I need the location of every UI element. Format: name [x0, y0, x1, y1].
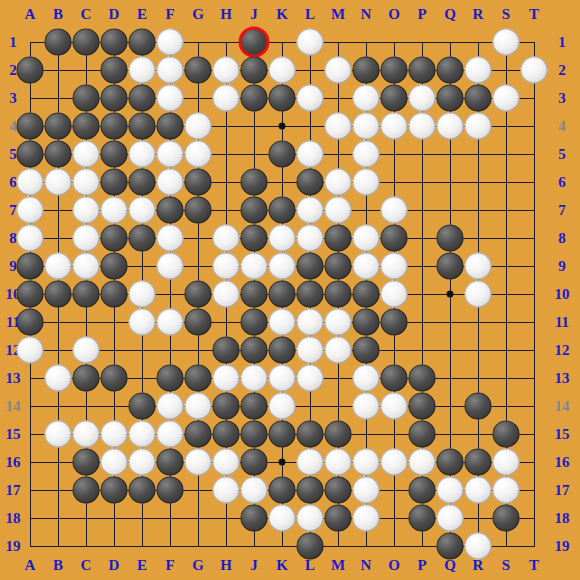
black-stone [297, 421, 324, 448]
white-stone [269, 309, 296, 336]
black-stone [213, 393, 240, 420]
white-stone [297, 449, 324, 476]
black-stone [493, 505, 520, 532]
black-stone [353, 309, 380, 336]
white-stone [353, 505, 380, 532]
column-label-bottom: S [502, 558, 510, 573]
white-stone [129, 141, 156, 168]
black-stone [437, 85, 464, 112]
row-label-left: 19 [6, 539, 21, 554]
column-label-top: N [361, 7, 372, 22]
white-stone [353, 253, 380, 280]
black-stone [101, 365, 128, 392]
white-stone [353, 113, 380, 140]
white-stone [381, 449, 408, 476]
column-label-top: L [305, 7, 315, 22]
white-stone [381, 281, 408, 308]
white-stone [297, 197, 324, 224]
black-stone [325, 225, 352, 252]
black-stone [101, 57, 128, 84]
black-stone [437, 57, 464, 84]
black-stone [241, 281, 268, 308]
white-stone [101, 449, 128, 476]
white-stone [157, 57, 184, 84]
black-stone [185, 281, 212, 308]
white-stone [157, 309, 184, 336]
black-stone [157, 477, 184, 504]
white-stone [73, 337, 100, 364]
black-stone [157, 449, 184, 476]
column-label-bottom: J [250, 558, 258, 573]
black-stone [241, 85, 268, 112]
white-stone [269, 393, 296, 420]
white-stone [45, 421, 72, 448]
row-label-right: 8 [558, 231, 566, 246]
white-stone [213, 281, 240, 308]
white-stone [325, 113, 352, 140]
column-label-bottom: N [361, 558, 372, 573]
white-stone [325, 169, 352, 196]
white-stone [17, 197, 44, 224]
column-label-bottom: Q [444, 558, 456, 573]
black-stone [45, 113, 72, 140]
white-stone [325, 309, 352, 336]
white-stone [353, 393, 380, 420]
black-stone [269, 281, 296, 308]
black-stone [409, 421, 436, 448]
white-stone [465, 281, 492, 308]
white-stone [353, 85, 380, 112]
black-stone [241, 337, 268, 364]
black-stone [297, 281, 324, 308]
black-stone [297, 253, 324, 280]
black-stone [129, 85, 156, 112]
white-stone [129, 421, 156, 448]
black-stone [437, 533, 464, 560]
black-stone [381, 57, 408, 84]
black-stone [437, 449, 464, 476]
black-stone [45, 141, 72, 168]
column-label-top: O [388, 7, 400, 22]
black-stone [129, 477, 156, 504]
row-label-right: 5 [558, 147, 566, 162]
white-stone [213, 365, 240, 392]
black-stone [325, 477, 352, 504]
white-stone [269, 505, 296, 532]
black-stone [353, 57, 380, 84]
white-stone [493, 85, 520, 112]
white-stone [381, 253, 408, 280]
white-stone [213, 477, 240, 504]
column-label-top: H [220, 7, 232, 22]
white-stone [493, 477, 520, 504]
black-stone [17, 141, 44, 168]
white-stone [73, 169, 100, 196]
black-stone [269, 421, 296, 448]
black-stone [409, 505, 436, 532]
white-stone [325, 197, 352, 224]
black-stone [409, 365, 436, 392]
row-label-right: 18 [555, 511, 570, 526]
row-label-left: 15 [6, 427, 21, 442]
black-stone [493, 421, 520, 448]
white-stone [409, 85, 436, 112]
column-label-top: R [473, 7, 484, 22]
column-label-top: K [276, 7, 288, 22]
black-stone [129, 225, 156, 252]
black-stone [73, 365, 100, 392]
black-stone [269, 85, 296, 112]
white-stone [157, 253, 184, 280]
row-label-right: 11 [555, 315, 569, 330]
black-stone [101, 477, 128, 504]
row-label-left: 14 [6, 399, 21, 414]
white-stone [185, 393, 212, 420]
white-stone [465, 533, 492, 560]
black-stone [157, 113, 184, 140]
white-stone [297, 337, 324, 364]
row-label-right: 16 [555, 455, 570, 470]
black-stone [129, 113, 156, 140]
white-stone [17, 225, 44, 252]
black-stone [129, 29, 156, 56]
black-stone [241, 197, 268, 224]
white-stone [73, 141, 100, 168]
white-stone [185, 141, 212, 168]
white-stone [381, 113, 408, 140]
column-label-bottom: C [81, 558, 92, 573]
black-stone [157, 365, 184, 392]
white-stone [129, 309, 156, 336]
white-stone [213, 57, 240, 84]
white-stone [269, 365, 296, 392]
black-stone [185, 365, 212, 392]
black-stone [101, 281, 128, 308]
white-stone [129, 281, 156, 308]
column-label-bottom: T [529, 558, 539, 573]
white-stone [353, 225, 380, 252]
last-move-marker [241, 29, 268, 56]
white-stone [325, 449, 352, 476]
black-stone [129, 393, 156, 420]
column-label-bottom: B [53, 558, 63, 573]
white-stone [213, 449, 240, 476]
black-stone [213, 421, 240, 448]
black-stone [17, 309, 44, 336]
black-stone [185, 309, 212, 336]
white-stone [213, 225, 240, 252]
black-stone [185, 421, 212, 448]
black-stone [101, 113, 128, 140]
black-stone [73, 113, 100, 140]
black-stone [409, 477, 436, 504]
column-label-bottom: A [25, 558, 36, 573]
white-stone [241, 477, 268, 504]
black-stone [45, 29, 72, 56]
row-label-right: 14 [555, 399, 570, 414]
row-label-right: 19 [555, 539, 570, 554]
column-label-top: Q [444, 7, 456, 22]
white-stone [353, 449, 380, 476]
white-stone [381, 197, 408, 224]
black-stone [101, 253, 128, 280]
row-label-right: 17 [555, 483, 570, 498]
white-stone [297, 141, 324, 168]
black-stone [185, 57, 212, 84]
black-stone [45, 281, 72, 308]
row-label-right: 1 [558, 35, 566, 50]
white-stone [493, 29, 520, 56]
row-label-right: 10 [555, 287, 570, 302]
black-stone [437, 225, 464, 252]
white-stone [157, 225, 184, 252]
black-stone [73, 85, 100, 112]
black-stone [325, 253, 352, 280]
white-stone [297, 505, 324, 532]
black-stone [297, 533, 324, 560]
black-stone [241, 505, 268, 532]
black-stone [17, 113, 44, 140]
column-label-top: P [417, 7, 426, 22]
column-label-top: S [502, 7, 510, 22]
black-stone [241, 393, 268, 420]
white-stone [465, 477, 492, 504]
black-stone [325, 281, 352, 308]
black-stone [353, 281, 380, 308]
column-label-top: C [81, 7, 92, 22]
column-label-top: T [529, 7, 539, 22]
white-stone [45, 253, 72, 280]
white-stone [353, 141, 380, 168]
white-stone [73, 197, 100, 224]
white-stone [129, 197, 156, 224]
white-stone [101, 421, 128, 448]
white-stone [353, 365, 380, 392]
white-stone [437, 113, 464, 140]
white-stone [129, 449, 156, 476]
black-stone [17, 57, 44, 84]
column-label-top: M [331, 7, 345, 22]
white-stone [465, 113, 492, 140]
row-label-right: 4 [558, 119, 566, 134]
black-stone [185, 197, 212, 224]
white-stone [73, 225, 100, 252]
black-stone [409, 57, 436, 84]
row-label-right: 2 [558, 63, 566, 78]
white-stone [17, 337, 44, 364]
black-stone [185, 169, 212, 196]
black-stone [213, 337, 240, 364]
white-stone [213, 85, 240, 112]
white-stone [129, 57, 156, 84]
white-stone [297, 29, 324, 56]
column-label-bottom: O [388, 558, 400, 573]
black-stone [101, 169, 128, 196]
white-stone [353, 477, 380, 504]
column-label-top: B [53, 7, 63, 22]
white-stone [157, 85, 184, 112]
white-stone [157, 393, 184, 420]
white-stone [17, 169, 44, 196]
column-label-bottom: G [192, 558, 204, 573]
row-label-left: 18 [6, 511, 21, 526]
black-stone [325, 505, 352, 532]
black-stone [409, 393, 436, 420]
white-stone [409, 449, 436, 476]
star-point [447, 291, 454, 298]
black-stone [73, 477, 100, 504]
black-stone [465, 393, 492, 420]
white-stone [213, 253, 240, 280]
black-stone [73, 29, 100, 56]
column-label-bottom: P [417, 558, 426, 573]
black-stone [353, 337, 380, 364]
white-stone [437, 477, 464, 504]
row-label-left: 17 [6, 483, 21, 498]
white-stone [521, 57, 548, 84]
column-label-top: A [25, 7, 36, 22]
column-label-bottom: H [220, 558, 232, 573]
grid-line-vertical [534, 42, 535, 547]
row-label-right: 3 [558, 91, 566, 106]
column-label-bottom: E [137, 558, 147, 573]
column-label-bottom: L [305, 558, 315, 573]
column-label-top: D [109, 7, 120, 22]
column-label-top: E [137, 7, 147, 22]
star-point [279, 123, 286, 130]
row-label-right: 6 [558, 175, 566, 190]
column-label-bottom: D [109, 558, 120, 573]
white-stone [465, 253, 492, 280]
black-stone [241, 169, 268, 196]
white-stone [73, 253, 100, 280]
white-stone [297, 309, 324, 336]
white-stone [269, 225, 296, 252]
black-stone [101, 85, 128, 112]
black-stone [101, 141, 128, 168]
black-stone [241, 449, 268, 476]
white-stone [297, 225, 324, 252]
black-stone [101, 29, 128, 56]
black-stone [157, 197, 184, 224]
white-stone [353, 169, 380, 196]
white-stone [241, 365, 268, 392]
black-stone [101, 225, 128, 252]
white-stone [101, 197, 128, 224]
white-stone [493, 449, 520, 476]
white-stone [185, 113, 212, 140]
black-stone [73, 281, 100, 308]
black-stone [241, 421, 268, 448]
column-label-top: G [192, 7, 204, 22]
black-stone [241, 57, 268, 84]
white-stone [325, 337, 352, 364]
white-stone [409, 113, 436, 140]
go-board[interactable]: AABBCCDDEEFFGGHHJJKKLLMMNNOOPPQQRRSSTT11… [0, 0, 580, 580]
black-stone [465, 449, 492, 476]
white-stone [269, 253, 296, 280]
white-stone [381, 393, 408, 420]
black-stone [241, 309, 268, 336]
white-stone [157, 29, 184, 56]
column-label-top: F [165, 7, 174, 22]
black-stone [297, 477, 324, 504]
white-stone [269, 57, 296, 84]
black-stone [381, 85, 408, 112]
row-label-right: 15 [555, 427, 570, 442]
column-label-bottom: K [276, 558, 288, 573]
row-label-right: 7 [558, 203, 566, 218]
white-stone [437, 505, 464, 532]
row-label-left: 3 [9, 91, 17, 106]
black-stone [381, 365, 408, 392]
row-label-right: 12 [555, 343, 570, 358]
black-stone [325, 421, 352, 448]
white-stone [157, 141, 184, 168]
black-stone [269, 141, 296, 168]
white-stone [297, 365, 324, 392]
row-label-right: 9 [558, 259, 566, 274]
black-stone [381, 309, 408, 336]
white-stone [157, 169, 184, 196]
black-stone [465, 85, 492, 112]
white-stone [185, 449, 212, 476]
black-stone [17, 253, 44, 280]
black-stone [129, 169, 156, 196]
row-label-right: 13 [555, 371, 570, 386]
white-stone [325, 57, 352, 84]
column-label-bottom: F [165, 558, 174, 573]
column-label-bottom: M [331, 558, 345, 573]
black-stone [241, 225, 268, 252]
black-stone [269, 197, 296, 224]
black-stone [437, 253, 464, 280]
black-stone [269, 337, 296, 364]
star-point [279, 459, 286, 466]
column-label-bottom: R [473, 558, 484, 573]
white-stone [45, 365, 72, 392]
white-stone [297, 85, 324, 112]
black-stone [297, 169, 324, 196]
row-label-left: 1 [9, 35, 17, 50]
white-stone [465, 57, 492, 84]
white-stone [241, 253, 268, 280]
column-label-top: J [250, 7, 258, 22]
black-stone [381, 225, 408, 252]
row-label-left: 16 [6, 455, 21, 470]
black-stone [269, 477, 296, 504]
white-stone [45, 169, 72, 196]
black-stone [73, 449, 100, 476]
row-label-left: 13 [6, 371, 21, 386]
white-stone [157, 421, 184, 448]
black-stone [17, 281, 44, 308]
white-stone [73, 421, 100, 448]
